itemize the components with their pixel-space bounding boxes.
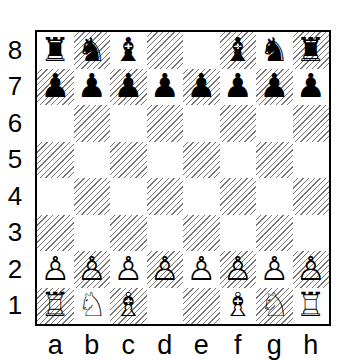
black-pawn-a7: ♟ <box>40 69 70 102</box>
black-pawn-b7: ♟ <box>77 69 107 102</box>
square-g2[interactable]: ♙ <box>256 251 293 288</box>
square-f2[interactable]: ♙ <box>220 251 257 288</box>
square-h7[interactable]: ♟ <box>293 69 330 106</box>
square-e5[interactable] <box>183 142 220 179</box>
rank-label-7: 7 <box>0 69 30 106</box>
white-pawn-a2: ♙ <box>40 252 70 285</box>
white-pawn-b2: ♙ <box>77 252 107 285</box>
square-b1[interactable]: ♘ <box>74 288 111 325</box>
white-bishop-c1: ♗ <box>113 288 143 321</box>
white-pawn-g2: ♙ <box>259 252 289 285</box>
chess-diagram: 87654321 ♜♞♝♝♞♜♟♟♟♟♟♟♟♟♙♙♙♙♙♙♙♙♖♘♗♗♘♖ ab… <box>0 0 360 360</box>
file-label-d: d <box>147 330 184 360</box>
square-h5[interactable] <box>293 142 330 179</box>
square-f6[interactable] <box>220 105 257 142</box>
square-g1[interactable]: ♘ <box>256 288 293 325</box>
white-bishop-f1: ♗ <box>223 288 253 321</box>
square-b3[interactable] <box>74 215 111 252</box>
square-e1[interactable] <box>183 288 220 325</box>
black-bishop-f8: ♝ <box>223 33 253 66</box>
file-label-e: e <box>183 330 220 360</box>
square-b8[interactable]: ♞ <box>74 32 111 69</box>
square-h6[interactable] <box>293 105 330 142</box>
file-label-h: h <box>293 330 330 360</box>
square-c2[interactable]: ♙ <box>110 251 147 288</box>
square-a4[interactable] <box>37 178 74 215</box>
square-f1[interactable]: ♗ <box>220 288 257 325</box>
square-a6[interactable] <box>37 105 74 142</box>
square-d2[interactable]: ♙ <box>147 251 184 288</box>
chess-board: ♜♞♝♝♞♜♟♟♟♟♟♟♟♟♙♙♙♙♙♙♙♙♖♘♗♗♘♖ <box>37 32 329 324</box>
black-rook-h8: ♜ <box>296 33 326 66</box>
file-label-a: a <box>37 330 74 360</box>
board-frame: ♜♞♝♝♞♜♟♟♟♟♟♟♟♟♙♙♙♙♙♙♙♙♖♘♗♗♘♖ <box>35 30 331 326</box>
square-a5[interactable] <box>37 142 74 179</box>
square-d8[interactable] <box>147 32 184 69</box>
square-e7[interactable]: ♟ <box>183 69 220 106</box>
square-h4[interactable] <box>293 178 330 215</box>
square-a3[interactable] <box>37 215 74 252</box>
white-pawn-h2: ♙ <box>296 252 326 285</box>
square-c8[interactable]: ♝ <box>110 32 147 69</box>
square-f4[interactable] <box>220 178 257 215</box>
square-f5[interactable] <box>220 142 257 179</box>
square-c4[interactable] <box>110 178 147 215</box>
square-e2[interactable]: ♙ <box>183 251 220 288</box>
rank-label-4: 4 <box>0 178 30 215</box>
rank-label-5: 5 <box>0 142 30 179</box>
square-d1[interactable] <box>147 288 184 325</box>
white-pawn-c2: ♙ <box>113 252 143 285</box>
square-e4[interactable] <box>183 178 220 215</box>
file-label-g: g <box>256 330 293 360</box>
square-e3[interactable] <box>183 215 220 252</box>
black-bishop-c8: ♝ <box>113 33 143 66</box>
square-b4[interactable] <box>74 178 111 215</box>
file-labels: abcdefgh <box>37 330 329 358</box>
rank-label-8: 8 <box>0 32 30 69</box>
square-e8[interactable] <box>183 32 220 69</box>
square-a1[interactable]: ♖ <box>37 288 74 325</box>
square-d7[interactable]: ♟ <box>147 69 184 106</box>
rank-label-3: 3 <box>0 215 30 252</box>
black-pawn-h7: ♟ <box>296 69 326 102</box>
square-b5[interactable] <box>74 142 111 179</box>
black-pawn-e7: ♟ <box>186 69 216 102</box>
white-pawn-d2: ♙ <box>150 252 180 285</box>
square-d6[interactable] <box>147 105 184 142</box>
square-b2[interactable]: ♙ <box>74 251 111 288</box>
file-label-c: c <box>110 330 147 360</box>
square-e6[interactable] <box>183 105 220 142</box>
square-c7[interactable]: ♟ <box>110 69 147 106</box>
square-g7[interactable]: ♟ <box>256 69 293 106</box>
square-d3[interactable] <box>147 215 184 252</box>
square-g4[interactable] <box>256 178 293 215</box>
square-f3[interactable] <box>220 215 257 252</box>
square-f8[interactable]: ♝ <box>220 32 257 69</box>
square-a2[interactable]: ♙ <box>37 251 74 288</box>
white-knight-g1: ♘ <box>259 288 289 321</box>
black-knight-b8: ♞ <box>77 33 107 66</box>
black-pawn-f7: ♟ <box>223 69 253 102</box>
black-pawn-g7: ♟ <box>259 69 289 102</box>
white-rook-a1: ♖ <box>40 288 70 321</box>
white-rook-h1: ♖ <box>296 288 326 321</box>
square-a8[interactable]: ♜ <box>37 32 74 69</box>
square-d4[interactable] <box>147 178 184 215</box>
square-a7[interactable]: ♟ <box>37 69 74 106</box>
square-c6[interactable] <box>110 105 147 142</box>
black-pawn-c7: ♟ <box>113 69 143 102</box>
rank-labels: 87654321 <box>0 32 30 324</box>
square-c1[interactable]: ♗ <box>110 288 147 325</box>
square-g3[interactable] <box>256 215 293 252</box>
file-label-f: f <box>220 330 257 360</box>
square-h2[interactable]: ♙ <box>293 251 330 288</box>
black-pawn-d7: ♟ <box>150 69 180 102</box>
black-knight-g8: ♞ <box>259 33 289 66</box>
square-c3[interactable] <box>110 215 147 252</box>
file-label-b: b <box>74 330 111 360</box>
white-knight-b1: ♘ <box>77 288 107 321</box>
black-rook-a8: ♜ <box>40 33 70 66</box>
square-c5[interactable] <box>110 142 147 179</box>
rank-label-6: 6 <box>0 105 30 142</box>
square-d5[interactable] <box>147 142 184 179</box>
square-g8[interactable]: ♞ <box>256 32 293 69</box>
white-pawn-f2: ♙ <box>223 252 253 285</box>
white-pawn-e2: ♙ <box>186 252 216 285</box>
square-g6[interactable] <box>256 105 293 142</box>
square-h1[interactable]: ♖ <box>293 288 330 325</box>
square-b7[interactable]: ♟ <box>74 69 111 106</box>
rank-label-1: 1 <box>0 288 30 325</box>
rank-label-2: 2 <box>0 251 30 288</box>
square-f7[interactable]: ♟ <box>220 69 257 106</box>
square-h8[interactable]: ♜ <box>293 32 330 69</box>
square-h3[interactable] <box>293 215 330 252</box>
square-g5[interactable] <box>256 142 293 179</box>
square-b6[interactable] <box>74 105 111 142</box>
